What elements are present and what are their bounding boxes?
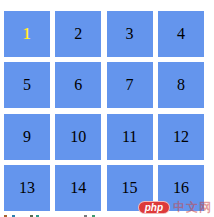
grid-cell-7: 7	[107, 62, 153, 108]
grid-cell-9: 9	[4, 114, 50, 160]
grid-cell-5: 5	[4, 62, 50, 108]
clipped-text-fragment	[0, 214, 110, 217]
grid-cell-8: 8	[158, 62, 204, 108]
grid-cell-10: 10	[55, 114, 101, 160]
grid-cell-3: 3	[107, 11, 153, 57]
grid-cell-1: 1	[4, 11, 50, 57]
grid-cell-6: 6	[55, 62, 101, 108]
page: 1 2 3 4 5 6 7 8 9 10 11 12 13 14 15 16 p…	[0, 0, 214, 217]
grid-cell-4: 4	[158, 11, 204, 57]
grid-cell-12: 12	[158, 114, 204, 160]
php-logo-badge: php	[138, 201, 170, 214]
watermark: php 中文网	[138, 200, 212, 215]
grid-cell-14: 14	[55, 165, 101, 211]
number-grid: 1 2 3 4 5 6 7 8 9 10 11 12 13 14 15 16	[4, 11, 204, 211]
grid-cell-2: 2	[55, 11, 101, 57]
watermark-text: 中文网	[173, 199, 212, 216]
grid-cell-11: 11	[107, 114, 153, 160]
grid-cell-13: 13	[4, 165, 50, 211]
